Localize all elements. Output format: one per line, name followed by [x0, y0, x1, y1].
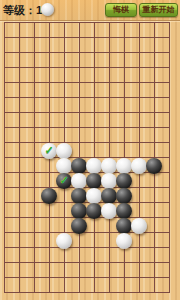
white-stone: [56, 143, 72, 159]
black-stone: [86, 203, 102, 219]
last-move-check-icon: ✓: [56, 173, 72, 189]
white-stone: [86, 188, 102, 204]
black-stone: [101, 188, 117, 204]
undo-button[interactable]: 悔棋: [105, 3, 137, 17]
black-stone: [146, 158, 162, 174]
black-stone: [71, 203, 87, 219]
black-stone: [116, 173, 132, 189]
black-stone: ✓: [56, 173, 72, 189]
white-stone: [101, 173, 117, 189]
white-stone: ✓: [41, 143, 57, 159]
black-stone: [116, 188, 132, 204]
white-stone-icon: [41, 3, 54, 16]
white-stone: [101, 203, 117, 219]
gomoku-board[interactable]: ✓✓: [4, 22, 170, 293]
black-stone: [71, 188, 87, 204]
white-stone: [116, 233, 132, 249]
white-stone: [86, 158, 102, 174]
white-stone: [116, 158, 132, 174]
last-move-check-icon: ✓: [41, 143, 57, 159]
white-stone: [71, 173, 87, 189]
black-stone: [71, 158, 87, 174]
app-screen: 等级：1 悔棋 重新开始 ✓✓: [0, 0, 180, 300]
top-bar: 等级：1 悔棋 重新开始: [0, 0, 180, 21]
white-stone: [101, 158, 117, 174]
white-stone: [131, 218, 147, 234]
white-stone: [56, 158, 72, 174]
level-label: 等级：1: [3, 3, 42, 18]
black-stone: [116, 203, 132, 219]
restart-button[interactable]: 重新开始: [139, 3, 178, 17]
black-stone: [86, 173, 102, 189]
black-stone: [116, 218, 132, 234]
black-stone: [71, 218, 87, 234]
black-stone: [41, 188, 57, 204]
white-stone: [56, 233, 72, 249]
white-stone: [131, 158, 147, 174]
